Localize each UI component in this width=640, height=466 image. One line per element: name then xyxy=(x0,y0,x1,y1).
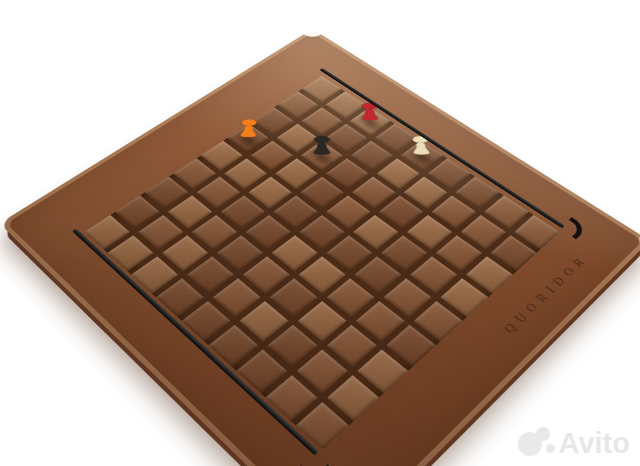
square-h8[interactable] xyxy=(297,349,348,393)
square-h5[interactable] xyxy=(384,278,432,317)
square-e8[interactable] xyxy=(213,278,261,317)
screenshot: QUORIDOR Avito xyxy=(0,0,640,466)
avito-logo-circle-small xyxy=(546,444,555,453)
square-d8[interactable] xyxy=(187,256,234,293)
photo-scene: QUORIDOR xyxy=(0,0,640,466)
quoridor-board: QUORIDOR xyxy=(0,29,640,466)
avito-logo-circle-medium xyxy=(536,427,550,441)
square-h4[interactable] xyxy=(410,256,457,293)
watermark-label: Avito xyxy=(559,427,630,460)
watermark: Avito xyxy=(518,427,630,460)
